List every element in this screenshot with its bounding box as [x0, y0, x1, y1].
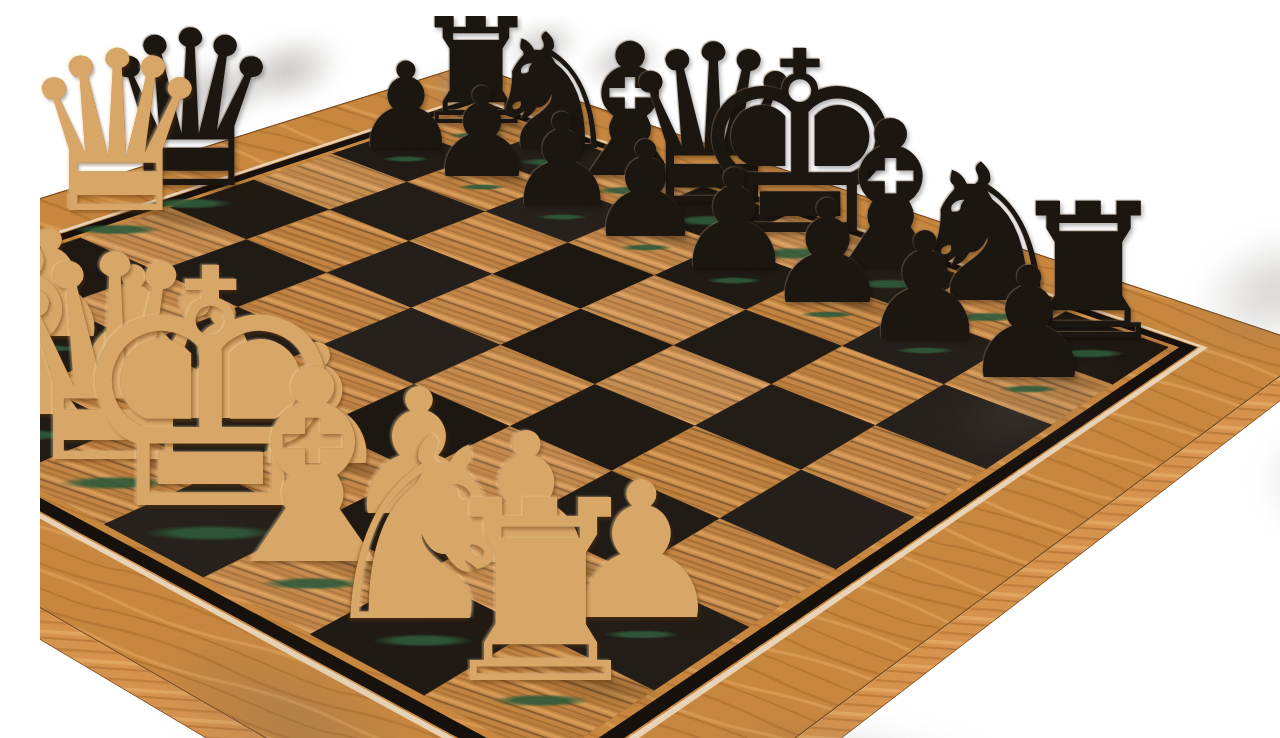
chess-set-photo: Zagreb '59 style Staunton chess set in s…	[40, 16, 1280, 738]
